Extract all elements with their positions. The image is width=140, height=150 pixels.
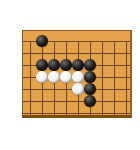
black-stone[interactable] xyxy=(36,59,48,71)
screen xyxy=(0,0,140,150)
black-stone[interactable] xyxy=(36,35,48,47)
black-stone[interactable] xyxy=(48,59,60,71)
white-stone[interactable] xyxy=(72,71,84,83)
black-stone[interactable] xyxy=(72,59,84,71)
black-stone[interactable] xyxy=(84,95,96,107)
black-stone[interactable] xyxy=(84,59,96,71)
black-stone[interactable] xyxy=(84,83,96,95)
black-stone[interactable] xyxy=(84,71,96,83)
white-stone[interactable] xyxy=(60,71,72,83)
grid-line-vertical xyxy=(30,41,31,115)
grid-line-vertical xyxy=(102,41,103,115)
grid-line-vertical xyxy=(114,41,115,115)
grid-line-vertical xyxy=(126,41,127,115)
white-stone[interactable] xyxy=(48,71,60,83)
white-stone[interactable] xyxy=(36,71,48,83)
go-board[interactable] xyxy=(22,30,132,118)
white-stone[interactable] xyxy=(72,83,84,95)
black-stone[interactable] xyxy=(60,59,72,71)
